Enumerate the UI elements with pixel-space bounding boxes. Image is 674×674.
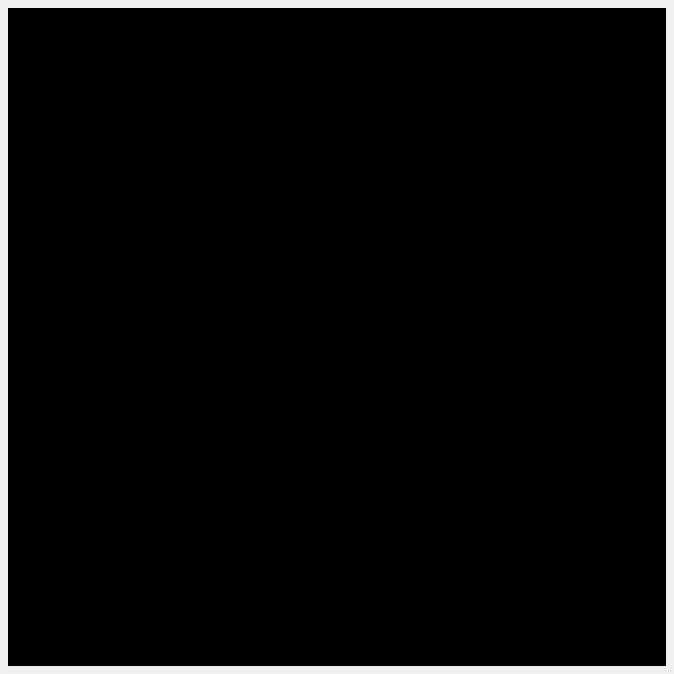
chess-board-frame (8, 8, 666, 666)
rank-labels-right (645, 29, 666, 645)
rank-labels-left (8, 29, 29, 645)
file-labels-top (29, 8, 645, 29)
file-labels-bottom (29, 645, 645, 666)
chess-board (29, 29, 645, 645)
